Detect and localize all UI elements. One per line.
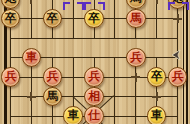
piece-red-兵-f5r7[interactable]: 兵 bbox=[84, 67, 104, 87]
board-border-right-inner bbox=[183, 0, 184, 124]
position-marker-cross bbox=[152, 0, 161, 4]
board-border-right bbox=[186, 0, 188, 124]
piece-glyph: 仕 bbox=[88, 110, 100, 122]
piece-glyph: 兵 bbox=[172, 71, 184, 83]
piece-glyph: 車 bbox=[26, 52, 38, 64]
piece-glyph: 兵 bbox=[130, 52, 142, 64]
piece-glyph: 卒 bbox=[88, 13, 100, 25]
position-marker-cross bbox=[131, 73, 140, 82]
piece-black-卒-f8r7[interactable]: 卒 bbox=[147, 67, 167, 87]
piece-red-兵-f1r7[interactable]: 兵 bbox=[1, 67, 21, 87]
position-marker-cross bbox=[27, 0, 36, 4]
grid-line bbox=[135, 57, 136, 124]
grid-line bbox=[114, 57, 115, 124]
piece-glyph: 相 bbox=[88, 91, 100, 103]
piece-glyph: 兵 bbox=[88, 71, 100, 83]
cursor-icon bbox=[171, 47, 182, 66]
piece-glyph: 炮 bbox=[5, 0, 17, 5]
position-marker-cross bbox=[152, 92, 161, 101]
piece-glyph: 兵 bbox=[47, 71, 59, 83]
piece-red-兵-f3r7[interactable]: 兵 bbox=[43, 67, 63, 87]
piece-glyph: 卒 bbox=[47, 13, 59, 25]
last-move-marker bbox=[168, 2, 175, 10]
piece-red-相-f5r8[interactable]: 相 bbox=[84, 87, 104, 107]
piece-red-兵-f7r6[interactable]: 兵 bbox=[126, 48, 146, 68]
piece-glyph: 馬 bbox=[130, 13, 142, 25]
piece-glyph: 馬 bbox=[130, 0, 142, 5]
piece-glyph: 卒 bbox=[5, 13, 17, 25]
last-move-marker bbox=[98, 2, 105, 10]
piece-glyph: 馬 bbox=[47, 91, 59, 103]
piece-glyph: 兵 bbox=[5, 71, 17, 83]
piece-red-兵-f9r7[interactable]: 兵 bbox=[168, 67, 188, 87]
piece-red-仕-f5r9[interactable]: 仕 bbox=[84, 106, 104, 124]
piece-glyph: 卒 bbox=[151, 71, 163, 83]
piece-black-卒-f3r4[interactable]: 卒 bbox=[43, 9, 63, 29]
piece-glyph: 車 bbox=[67, 110, 79, 122]
last-move-marker bbox=[182, 2, 189, 10]
position-marker-cross bbox=[27, 92, 36, 101]
grid-line bbox=[31, 57, 32, 124]
piece-black-馬-f3r8[interactable]: 馬 bbox=[43, 87, 63, 107]
piece-red-馬-f7r4[interactable]: 馬 bbox=[126, 9, 146, 29]
last-move-marker bbox=[63, 2, 70, 10]
piece-glyph: 車 bbox=[151, 110, 163, 122]
piece-black-車-f4r9[interactable]: 車 bbox=[63, 106, 83, 124]
piece-black-卒-f5r4[interactable]: 卒 bbox=[84, 9, 104, 29]
xiangqi-board: 炮馬炮卒卒卒馬車兵兵兵兵卒兵馬相車仕車 bbox=[0, 0, 190, 124]
position-marker-cross bbox=[173, 14, 182, 23]
piece-black-車-f8r9[interactable]: 車 bbox=[147, 106, 167, 124]
grid-line bbox=[10, 38, 178, 39]
last-move-marker bbox=[84, 2, 91, 10]
